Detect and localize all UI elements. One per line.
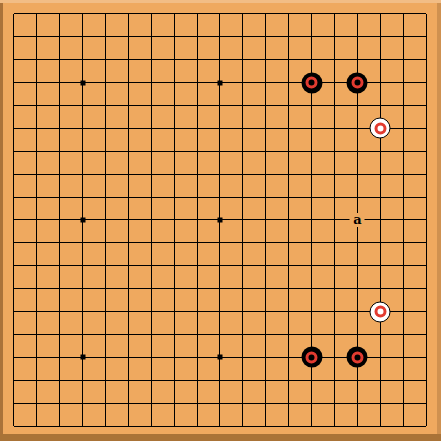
intersection-16-4 xyxy=(369,94,392,117)
grid-line-v xyxy=(403,186,404,209)
grid-line-v xyxy=(288,277,289,300)
intersection-9-1 xyxy=(209,25,232,48)
grid-line-v xyxy=(13,346,14,369)
grid-line-v xyxy=(219,254,220,277)
intersection-12-14 xyxy=(277,323,300,346)
grid-line-v xyxy=(334,415,335,426)
grid-line-v xyxy=(128,209,129,232)
grid-line-v xyxy=(197,209,198,232)
intersection-6-10 xyxy=(140,231,163,254)
intersection-9-17 xyxy=(209,392,232,415)
grid-line-v xyxy=(128,392,129,415)
intersection-12-13 xyxy=(277,300,300,323)
intersection-15-9: a xyxy=(346,209,369,232)
grid-line-h xyxy=(14,242,25,243)
intersection-6-4 xyxy=(140,94,163,117)
grid-line-h xyxy=(415,105,426,106)
intersection-7-16 xyxy=(163,369,186,392)
intersection-3-0 xyxy=(71,3,94,26)
intersection-15-14 xyxy=(346,323,369,346)
intersection-6-7 xyxy=(140,163,163,186)
grid-line-v xyxy=(197,14,198,25)
grid-line-v xyxy=(105,254,106,277)
grid-line-v xyxy=(105,25,106,48)
intersection-17-10 xyxy=(392,231,415,254)
intersection-14-13 xyxy=(323,300,346,323)
grid-line-v xyxy=(426,117,427,140)
grid-line-v xyxy=(357,48,358,71)
grid-line-v xyxy=(311,231,312,254)
grid-line-v xyxy=(128,94,129,117)
intersection-0-14 xyxy=(3,323,26,346)
grid-line-v xyxy=(380,415,381,426)
intersection-17-1 xyxy=(392,25,415,48)
grid-line-v xyxy=(265,186,266,209)
grid-line-v xyxy=(13,277,14,300)
intersection-1-8 xyxy=(25,186,48,209)
grid-line-v xyxy=(265,300,266,323)
grid-line-v xyxy=(357,25,358,48)
grid-line-v xyxy=(265,117,266,140)
grid-line-v xyxy=(59,300,60,323)
intersection-1-11 xyxy=(25,254,48,277)
grid-line-v xyxy=(334,209,335,232)
grid-line-v xyxy=(105,94,106,117)
grid-line-v xyxy=(403,25,404,48)
intersection-4-0 xyxy=(94,3,117,26)
grid-line-v xyxy=(36,48,37,71)
intersection-1-15 xyxy=(25,346,48,369)
intersection-9-11 xyxy=(209,254,232,277)
intersection-15-2 xyxy=(346,48,369,71)
grid-line-h xyxy=(14,288,25,289)
grid-line-v xyxy=(82,300,83,323)
intersection-13-13 xyxy=(300,300,323,323)
grid-line-v xyxy=(357,254,358,277)
intersection-8-1 xyxy=(186,25,209,48)
grid-line-v xyxy=(59,231,60,254)
intersection-11-1 xyxy=(254,25,277,48)
grid-line-v xyxy=(426,209,427,232)
grid-line-v xyxy=(242,323,243,346)
intersection-10-14 xyxy=(231,323,254,346)
grid-line-v xyxy=(403,71,404,94)
intersection-18-12 xyxy=(415,277,438,300)
grid-line-v xyxy=(242,392,243,415)
intersection-5-10 xyxy=(117,231,140,254)
grid-line-v xyxy=(311,117,312,140)
intersection-16-15 xyxy=(369,346,392,369)
grid-line-h xyxy=(415,380,426,381)
grid-line-v xyxy=(219,25,220,48)
grid-line-v xyxy=(242,25,243,48)
intersection-7-10 xyxy=(163,231,186,254)
intersection-9-16 xyxy=(209,369,232,392)
grid-line-v xyxy=(426,71,427,94)
intersection-7-2 xyxy=(163,48,186,71)
grid-line-v xyxy=(311,140,312,163)
intersection-15-3 xyxy=(346,71,369,94)
intersection-10-7 xyxy=(231,163,254,186)
intersection-9-12 xyxy=(209,277,232,300)
intersection-12-16 xyxy=(277,369,300,392)
white-stone-R14 xyxy=(370,118,391,139)
grid-line-v xyxy=(36,300,37,323)
grid-line-v xyxy=(151,323,152,346)
grid-line-v xyxy=(265,48,266,71)
intersection-4-9 xyxy=(94,209,117,232)
intersection-5-12 xyxy=(117,277,140,300)
grid-line-v xyxy=(311,94,312,117)
grid-line-v xyxy=(426,163,427,186)
intersection-12-8 xyxy=(277,186,300,209)
intersection-15-6 xyxy=(346,140,369,163)
grid-line-v xyxy=(334,392,335,415)
circle-mark xyxy=(374,122,386,134)
intersection-8-7 xyxy=(186,163,209,186)
intersection-2-8 xyxy=(48,186,71,209)
grid-line-v xyxy=(242,346,243,369)
intersection-8-6 xyxy=(186,140,209,163)
intersection-3-12 xyxy=(71,277,94,300)
intersection-0-6 xyxy=(3,140,26,163)
grid-line-v xyxy=(174,415,175,426)
grid-line-v xyxy=(288,231,289,254)
intersection-0-0 xyxy=(3,3,26,26)
grid-line-v xyxy=(288,369,289,392)
intersection-17-11 xyxy=(392,254,415,277)
grid-line-v xyxy=(426,231,427,254)
intersection-15-7 xyxy=(346,163,369,186)
grid-line-v xyxy=(59,94,60,117)
intersection-8-10 xyxy=(186,231,209,254)
grid-line-v xyxy=(380,254,381,277)
intersection-4-14 xyxy=(94,323,117,346)
intersection-10-6 xyxy=(231,140,254,163)
intersection-16-10 xyxy=(369,231,392,254)
grid-line-v xyxy=(219,48,220,71)
grid-line-v xyxy=(128,346,129,369)
intersection-5-5 xyxy=(117,117,140,140)
grid-line-v xyxy=(380,209,381,232)
board-edge-left xyxy=(0,0,3,441)
intersection-4-5 xyxy=(94,117,117,140)
grid-line-v xyxy=(82,254,83,277)
intersection-1-13 xyxy=(25,300,48,323)
grid-line-v xyxy=(219,163,220,186)
grid-line-v xyxy=(242,231,243,254)
intersection-2-2 xyxy=(48,48,71,71)
grid-line-v xyxy=(288,415,289,426)
grid-line-v xyxy=(219,323,220,346)
grid-line-v xyxy=(265,323,266,346)
grid-line-v xyxy=(380,71,381,94)
grid-line-v xyxy=(311,369,312,392)
grid-line-v xyxy=(82,369,83,392)
intersection-11-5 xyxy=(254,117,277,140)
intersection-12-11 xyxy=(277,254,300,277)
intersection-6-15 xyxy=(140,346,163,369)
intersection-18-5 xyxy=(415,117,438,140)
grid-line-v xyxy=(151,209,152,232)
intersection-10-9 xyxy=(231,209,254,232)
intersection-13-9 xyxy=(300,209,323,232)
grid-line-v xyxy=(197,94,198,117)
grid-line-v xyxy=(380,94,381,117)
grid-line-v xyxy=(197,415,198,426)
intersection-4-15 xyxy=(94,346,117,369)
intersection-1-5 xyxy=(25,117,48,140)
grid-line-v xyxy=(174,25,175,48)
intersection-6-12 xyxy=(140,277,163,300)
intersection-2-14 xyxy=(48,323,71,346)
grid-line-v xyxy=(174,346,175,369)
intersection-18-1 xyxy=(415,25,438,48)
grid-line-v xyxy=(357,415,358,426)
intersection-11-11 xyxy=(254,254,277,277)
hoshi-point xyxy=(80,217,85,222)
intersection-18-9 xyxy=(415,209,438,232)
intersection-18-10 xyxy=(415,231,438,254)
intersection-5-2 xyxy=(117,48,140,71)
intersection-10-0 xyxy=(231,3,254,26)
intersection-17-17 xyxy=(392,392,415,415)
intersection-13-7 xyxy=(300,163,323,186)
intersection-1-12 xyxy=(25,277,48,300)
grid-line-v xyxy=(36,71,37,94)
intersection-12-2 xyxy=(277,48,300,71)
intersection-3-7 xyxy=(71,163,94,186)
grid-line-v xyxy=(288,117,289,140)
grid-line-v xyxy=(197,323,198,346)
grid-line-v xyxy=(105,415,106,426)
intersection-12-5 xyxy=(277,117,300,140)
intersection-17-12 xyxy=(392,277,415,300)
grid-line-h xyxy=(415,288,426,289)
intersection-3-3 xyxy=(71,71,94,94)
hoshi-point xyxy=(80,80,85,85)
intersection-9-4 xyxy=(209,94,232,117)
grid-line-v xyxy=(334,25,335,48)
grid-line-v xyxy=(265,94,266,117)
grid-line-v xyxy=(334,186,335,209)
grid-line-v xyxy=(174,254,175,277)
grid-line-v xyxy=(380,346,381,369)
intersection-2-13 xyxy=(48,300,71,323)
intersection-17-6 xyxy=(392,140,415,163)
intersection-7-0 xyxy=(163,3,186,26)
intersection-7-7 xyxy=(163,163,186,186)
circle-mark xyxy=(351,351,363,363)
intersection-0-13 xyxy=(3,300,26,323)
intersection-2-9 xyxy=(48,209,71,232)
grid-line-v xyxy=(311,163,312,186)
grid-line-v xyxy=(82,14,83,25)
grid-line-v xyxy=(380,25,381,48)
grid-line-v xyxy=(403,209,404,232)
intersection-10-11 xyxy=(231,254,254,277)
grid-line-v xyxy=(311,48,312,71)
grid-line-v xyxy=(151,186,152,209)
grid-line-v xyxy=(82,48,83,71)
intersection-0-7 xyxy=(3,163,26,186)
intersection-17-16 xyxy=(392,369,415,392)
intersection-2-12 xyxy=(48,277,71,300)
grid-line-v xyxy=(380,392,381,415)
intersection-4-3 xyxy=(94,71,117,94)
intersection-8-8 xyxy=(186,186,209,209)
intersection-15-17 xyxy=(346,392,369,415)
grid-line-v xyxy=(311,323,312,346)
intersection-10-5 xyxy=(231,117,254,140)
grid-line-h xyxy=(14,265,25,266)
hoshi-point xyxy=(217,217,222,222)
intersection-9-10 xyxy=(209,231,232,254)
intersection-5-13 xyxy=(117,300,140,323)
grid-line-v xyxy=(334,300,335,323)
grid-line-v xyxy=(242,277,243,300)
grid-line-h xyxy=(14,357,25,358)
grid-line-v xyxy=(151,369,152,392)
intersection-18-17 xyxy=(415,392,438,415)
intersection-13-14 xyxy=(300,323,323,346)
intersection-11-9 xyxy=(254,209,277,232)
grid-line-h xyxy=(14,426,25,427)
grid-line-h xyxy=(415,13,426,14)
intersection-16-3 xyxy=(369,71,392,94)
grid-line-v xyxy=(219,186,220,209)
grid-line-v xyxy=(82,277,83,300)
grid-line-v xyxy=(265,231,266,254)
black-stone-Q4 xyxy=(347,347,368,368)
grid-line-v xyxy=(288,186,289,209)
grid-line-v xyxy=(426,14,427,25)
intersection-2-3 xyxy=(48,71,71,94)
intersection-17-15 xyxy=(392,346,415,369)
intersection-9-14 xyxy=(209,323,232,346)
grid-line-v xyxy=(403,415,404,426)
grid-line-h xyxy=(415,334,426,335)
grid-line-v xyxy=(59,392,60,415)
grid-line-v xyxy=(13,369,14,392)
intersection-11-13 xyxy=(254,300,277,323)
intersection-6-11 xyxy=(140,254,163,277)
grid-line-v xyxy=(380,48,381,71)
grid-line-v xyxy=(36,117,37,140)
intersection-17-8 xyxy=(392,186,415,209)
intersection-18-3 xyxy=(415,71,438,94)
grid-line-v xyxy=(219,415,220,426)
intersection-13-16 xyxy=(300,369,323,392)
intersection-1-3 xyxy=(25,71,48,94)
grid-line-v xyxy=(59,209,60,232)
intersection-15-16 xyxy=(346,369,369,392)
grid-line-v xyxy=(334,346,335,369)
intersection-15-13 xyxy=(346,300,369,323)
grid-line-v xyxy=(288,254,289,277)
intersection-15-8 xyxy=(346,186,369,209)
grid-line-v xyxy=(380,231,381,254)
intersection-13-6 xyxy=(300,140,323,163)
grid-line-v xyxy=(128,277,129,300)
intersection-6-1 xyxy=(140,25,163,48)
grid-line-v xyxy=(13,117,14,140)
grid-line-v xyxy=(426,48,427,71)
intersection-12-4 xyxy=(277,94,300,117)
grid-line-v xyxy=(357,163,358,186)
grid-line-v xyxy=(197,346,198,369)
intersection-18-13 xyxy=(415,300,438,323)
board-edge-top xyxy=(0,0,441,3)
intersection-0-4 xyxy=(3,94,26,117)
grid-line-v xyxy=(197,48,198,71)
grid-line-v xyxy=(265,392,266,415)
intersection-12-7 xyxy=(277,163,300,186)
intersection-14-6 xyxy=(323,140,346,163)
intersection-8-12 xyxy=(186,277,209,300)
grid-line-v xyxy=(380,186,381,209)
intersection-9-7 xyxy=(209,163,232,186)
intersection-11-17 xyxy=(254,392,277,415)
grid-line-v xyxy=(311,415,312,426)
grid-line-h xyxy=(415,59,426,60)
grid-line-v xyxy=(334,254,335,277)
intersection-4-8 xyxy=(94,186,117,209)
intersection-2-7 xyxy=(48,163,71,186)
intersection-17-13 xyxy=(392,300,415,323)
grid-line-v xyxy=(59,346,60,369)
intersection-2-17 xyxy=(48,392,71,415)
intersection-5-1 xyxy=(117,25,140,48)
intersection-7-14 xyxy=(163,323,186,346)
intersection-7-5 xyxy=(163,117,186,140)
grid-line-v xyxy=(105,140,106,163)
grid-line-v xyxy=(82,392,83,415)
grid-line-v xyxy=(357,186,358,209)
intersection-3-15 xyxy=(71,346,94,369)
intersection-1-16 xyxy=(25,369,48,392)
grid-line-v xyxy=(242,254,243,277)
intersection-8-2 xyxy=(186,48,209,71)
intersection-12-9 xyxy=(277,209,300,232)
grid-line-v xyxy=(82,163,83,186)
intersection-1-2 xyxy=(25,48,48,71)
intersection-14-5 xyxy=(323,117,346,140)
grid-line-v xyxy=(403,277,404,300)
grid-line-v xyxy=(151,415,152,426)
grid-line-v xyxy=(311,209,312,232)
intersection-11-0 xyxy=(254,3,277,26)
intersection-15-10 xyxy=(346,231,369,254)
intersection-10-15 xyxy=(231,346,254,369)
intersection-15-11 xyxy=(346,254,369,277)
grid-line-v xyxy=(151,140,152,163)
intersection-17-7 xyxy=(392,163,415,186)
intersection-3-5 xyxy=(71,117,94,140)
intersection-6-0 xyxy=(140,3,163,26)
grid-line-v xyxy=(151,71,152,94)
grid-line-v xyxy=(105,186,106,209)
grid-line-v xyxy=(334,323,335,346)
grid-line-v xyxy=(59,323,60,346)
intersection-7-9 xyxy=(163,209,186,232)
grid-line-v xyxy=(242,14,243,25)
grid-line-v xyxy=(59,25,60,48)
intersection-8-11 xyxy=(186,254,209,277)
grid-line-v xyxy=(219,94,220,117)
intersection-5-4 xyxy=(117,94,140,117)
intersection-9-6 xyxy=(209,140,232,163)
